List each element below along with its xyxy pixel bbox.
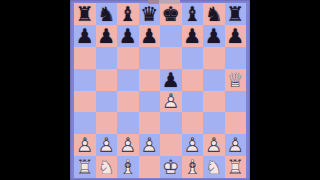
square-b4[interactable] xyxy=(96,91,118,113)
piece-white-rook[interactable]: ♜♖ xyxy=(74,156,96,178)
square-d1[interactable] xyxy=(139,156,161,178)
square-e3[interactable] xyxy=(160,112,182,134)
square-c6[interactable] xyxy=(117,47,139,69)
square-a8[interactable]: ♜ xyxy=(74,3,96,25)
square-c1[interactable]: ♝♗ xyxy=(117,156,139,178)
square-f6[interactable] xyxy=(182,47,204,69)
square-e2[interactable] xyxy=(160,134,182,156)
piece-black-pawn[interactable]: ♟ xyxy=(139,25,161,47)
piece-white-knight[interactable]: ♞♘ xyxy=(96,156,118,178)
chess-board: ♜♞♝♛♚♝♞♜♟♟♟♟♟♟♟♟♛♕♟♙♟♙♟♙♟♙♟♙♟♙♟♙♟♙♜♖♞♘♝♗… xyxy=(74,3,246,178)
square-f7[interactable]: ♟ xyxy=(182,25,204,47)
square-e4[interactable]: ♟♙ xyxy=(160,91,182,113)
piece-black-pawn[interactable]: ♟ xyxy=(160,69,182,91)
square-g6[interactable] xyxy=(203,47,225,69)
square-a7[interactable]: ♟ xyxy=(74,25,96,47)
piece-black-pawn[interactable]: ♟ xyxy=(117,25,139,47)
piece-white-king[interactable]: ♚♔ xyxy=(160,156,182,178)
letterbox-left xyxy=(0,0,70,180)
square-a5[interactable] xyxy=(74,69,96,91)
piece-white-rook[interactable]: ♜♖ xyxy=(225,156,247,178)
square-b6[interactable] xyxy=(96,47,118,69)
white-piece-outline: ♗ xyxy=(182,156,204,178)
square-f5[interactable] xyxy=(182,69,204,91)
square-f4[interactable] xyxy=(182,91,204,113)
piece-black-pawn[interactable]: ♟ xyxy=(74,25,96,47)
piece-white-pawn[interactable]: ♟♙ xyxy=(139,134,161,156)
piece-black-rook[interactable]: ♜ xyxy=(225,3,247,25)
white-piece-outline: ♖ xyxy=(74,156,96,178)
piece-white-bishop[interactable]: ♝♗ xyxy=(117,156,139,178)
white-piece-outline: ♗ xyxy=(117,156,139,178)
letterbox-right xyxy=(250,0,320,180)
watermark-badge xyxy=(148,0,180,4)
piece-black-queen[interactable]: ♛ xyxy=(139,3,161,25)
piece-white-pawn[interactable]: ♟♙ xyxy=(225,134,247,156)
square-d6[interactable] xyxy=(139,47,161,69)
square-a1[interactable]: ♜♖ xyxy=(74,156,96,178)
square-c3[interactable] xyxy=(117,112,139,134)
piece-black-king[interactable]: ♚ xyxy=(160,3,182,25)
square-f2[interactable]: ♟♙ xyxy=(182,134,204,156)
square-c5[interactable] xyxy=(117,69,139,91)
square-c2[interactable]: ♟♙ xyxy=(117,134,139,156)
piece-white-pawn[interactable]: ♟♙ xyxy=(74,134,96,156)
square-d4[interactable] xyxy=(139,91,161,113)
square-g8[interactable]: ♞ xyxy=(203,3,225,25)
white-piece-outline: ♙ xyxy=(225,134,247,156)
piece-black-pawn[interactable]: ♟ xyxy=(225,25,247,47)
chess-board-frame: ♜♞♝♛♚♝♞♜♟♟♟♟♟♟♟♟♛♕♟♙♟♙♟♙♟♙♟♙♟♙♟♙♟♙♜♖♞♘♝♗… xyxy=(70,0,250,180)
white-piece-outline: ♙ xyxy=(203,134,225,156)
white-piece-outline: ♙ xyxy=(182,134,204,156)
white-piece-outline: ♘ xyxy=(203,156,225,178)
white-piece-outline: ♙ xyxy=(96,134,118,156)
square-b5[interactable] xyxy=(96,69,118,91)
square-b3[interactable] xyxy=(96,112,118,134)
square-b2[interactable]: ♟♙ xyxy=(96,134,118,156)
piece-black-bishop[interactable]: ♝ xyxy=(117,3,139,25)
white-piece-outline: ♕ xyxy=(225,69,247,91)
square-a3[interactable] xyxy=(74,112,96,134)
piece-black-knight[interactable]: ♞ xyxy=(96,3,118,25)
square-f8[interactable]: ♝ xyxy=(182,3,204,25)
square-f3[interactable] xyxy=(182,112,204,134)
square-a4[interactable] xyxy=(74,91,96,113)
square-e6[interactable] xyxy=(160,47,182,69)
square-h8[interactable]: ♜ xyxy=(225,3,247,25)
square-g4[interactable] xyxy=(203,91,225,113)
piece-black-pawn[interactable]: ♟ xyxy=(96,25,118,47)
square-c4[interactable] xyxy=(117,91,139,113)
square-h5[interactable]: ♛♕ xyxy=(225,69,247,91)
white-piece-outline: ♙ xyxy=(74,134,96,156)
piece-white-pawn[interactable]: ♟♙ xyxy=(117,134,139,156)
piece-black-pawn[interactable]: ♟ xyxy=(203,25,225,47)
square-a6[interactable] xyxy=(74,47,96,69)
square-g7[interactable]: ♟ xyxy=(203,25,225,47)
square-a2[interactable]: ♟♙ xyxy=(74,134,96,156)
piece-white-queen[interactable]: ♛♕ xyxy=(225,69,247,91)
piece-black-rook[interactable]: ♜ xyxy=(74,3,96,25)
square-g3[interactable] xyxy=(203,112,225,134)
piece-white-bishop[interactable]: ♝♗ xyxy=(182,156,204,178)
square-e1[interactable]: ♚♔ xyxy=(160,156,182,178)
square-h1[interactable]: ♜♖ xyxy=(225,156,247,178)
white-piece-outline: ♔ xyxy=(160,156,182,178)
piece-black-bishop[interactable]: ♝ xyxy=(182,3,204,25)
square-g1[interactable]: ♞♘ xyxy=(203,156,225,178)
square-d7[interactable]: ♟ xyxy=(139,25,161,47)
square-h2[interactable]: ♟♙ xyxy=(225,134,247,156)
piece-white-pawn[interactable]: ♟♙ xyxy=(203,134,225,156)
square-f1[interactable]: ♝♗ xyxy=(182,156,204,178)
square-c7[interactable]: ♟ xyxy=(117,25,139,47)
square-e5[interactable]: ♟ xyxy=(160,69,182,91)
square-h7[interactable]: ♟ xyxy=(225,25,247,47)
square-b1[interactable]: ♞♘ xyxy=(96,156,118,178)
square-d8[interactable]: ♛ xyxy=(139,3,161,25)
white-piece-outline: ♘ xyxy=(96,156,118,178)
square-b8[interactable]: ♞ xyxy=(96,3,118,25)
square-h6[interactable] xyxy=(225,47,247,69)
white-piece-outline: ♙ xyxy=(160,91,182,113)
square-b7[interactable]: ♟ xyxy=(96,25,118,47)
square-h3[interactable] xyxy=(225,112,247,134)
white-piece-outline: ♙ xyxy=(139,134,161,156)
piece-white-pawn[interactable]: ♟♙ xyxy=(160,91,182,113)
square-d3[interactable] xyxy=(139,112,161,134)
square-g2[interactable]: ♟♙ xyxy=(203,134,225,156)
white-piece-outline: ♙ xyxy=(117,134,139,156)
white-piece-outline: ♖ xyxy=(225,156,247,178)
square-g5[interactable] xyxy=(203,69,225,91)
square-e8[interactable]: ♚ xyxy=(160,3,182,25)
square-e7[interactable] xyxy=(160,25,182,47)
square-c8[interactable]: ♝ xyxy=(117,3,139,25)
piece-white-knight[interactable]: ♞♘ xyxy=(203,156,225,178)
piece-black-pawn[interactable]: ♟ xyxy=(182,25,204,47)
piece-white-pawn[interactable]: ♟♙ xyxy=(96,134,118,156)
piece-white-pawn[interactable]: ♟♙ xyxy=(182,134,204,156)
piece-black-knight[interactable]: ♞ xyxy=(203,3,225,25)
square-d5[interactable] xyxy=(139,69,161,91)
square-h4[interactable] xyxy=(225,91,247,113)
video-frame: ♜♞♝♛♚♝♞♜♟♟♟♟♟♟♟♟♛♕♟♙♟♙♟♙♟♙♟♙♟♙♟♙♟♙♜♖♞♘♝♗… xyxy=(0,0,320,180)
square-d2[interactable]: ♟♙ xyxy=(139,134,161,156)
